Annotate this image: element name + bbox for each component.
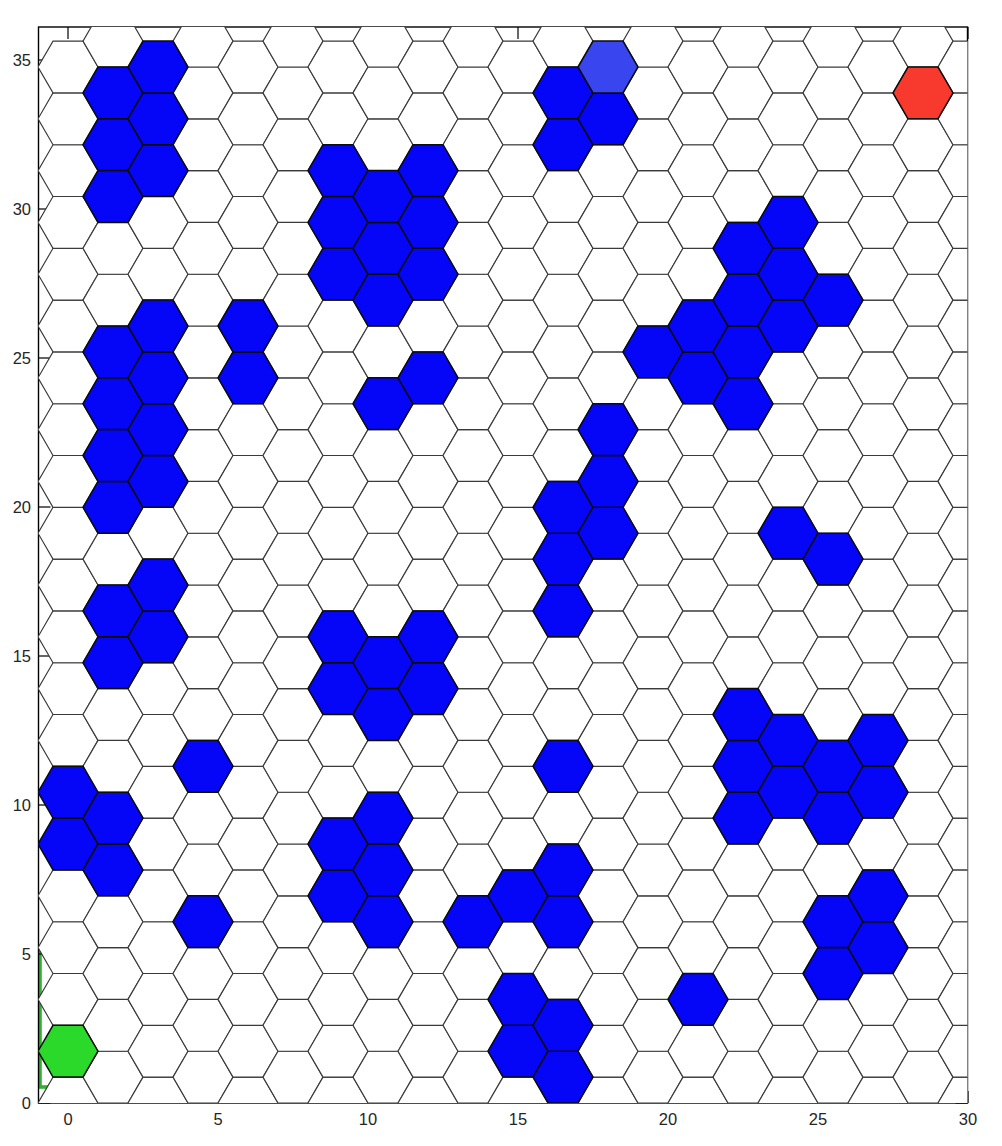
y-tick-label: 20 — [13, 498, 31, 516]
y-tick-label: 30 — [13, 200, 31, 218]
x-tick-label: 25 — [809, 1110, 827, 1128]
x-tick-label: 20 — [659, 1110, 677, 1128]
hex-board — [38, 15, 998, 1129]
y-tick-label: 35 — [13, 51, 31, 69]
y-tick-label: 5 — [22, 945, 31, 963]
y-tick-label: 15 — [13, 647, 31, 665]
y-tick-label: 10 — [13, 796, 31, 814]
x-tick-label: 0 — [63, 1110, 72, 1128]
matlab-figure: 偶数奇数05101520253005101520253035 — [0, 0, 1002, 1146]
x-tick-label: 5 — [213, 1110, 222, 1128]
y-tick-label: 0 — [22, 1094, 31, 1112]
x-tick-label: 15 — [509, 1110, 527, 1128]
y-tick-label: 25 — [13, 349, 31, 367]
figure-svg: 偶数奇数05101520253005101520253035 — [0, 0, 1002, 1146]
x-tick-label: 10 — [359, 1110, 377, 1128]
x-tick-label: 30 — [959, 1110, 977, 1128]
